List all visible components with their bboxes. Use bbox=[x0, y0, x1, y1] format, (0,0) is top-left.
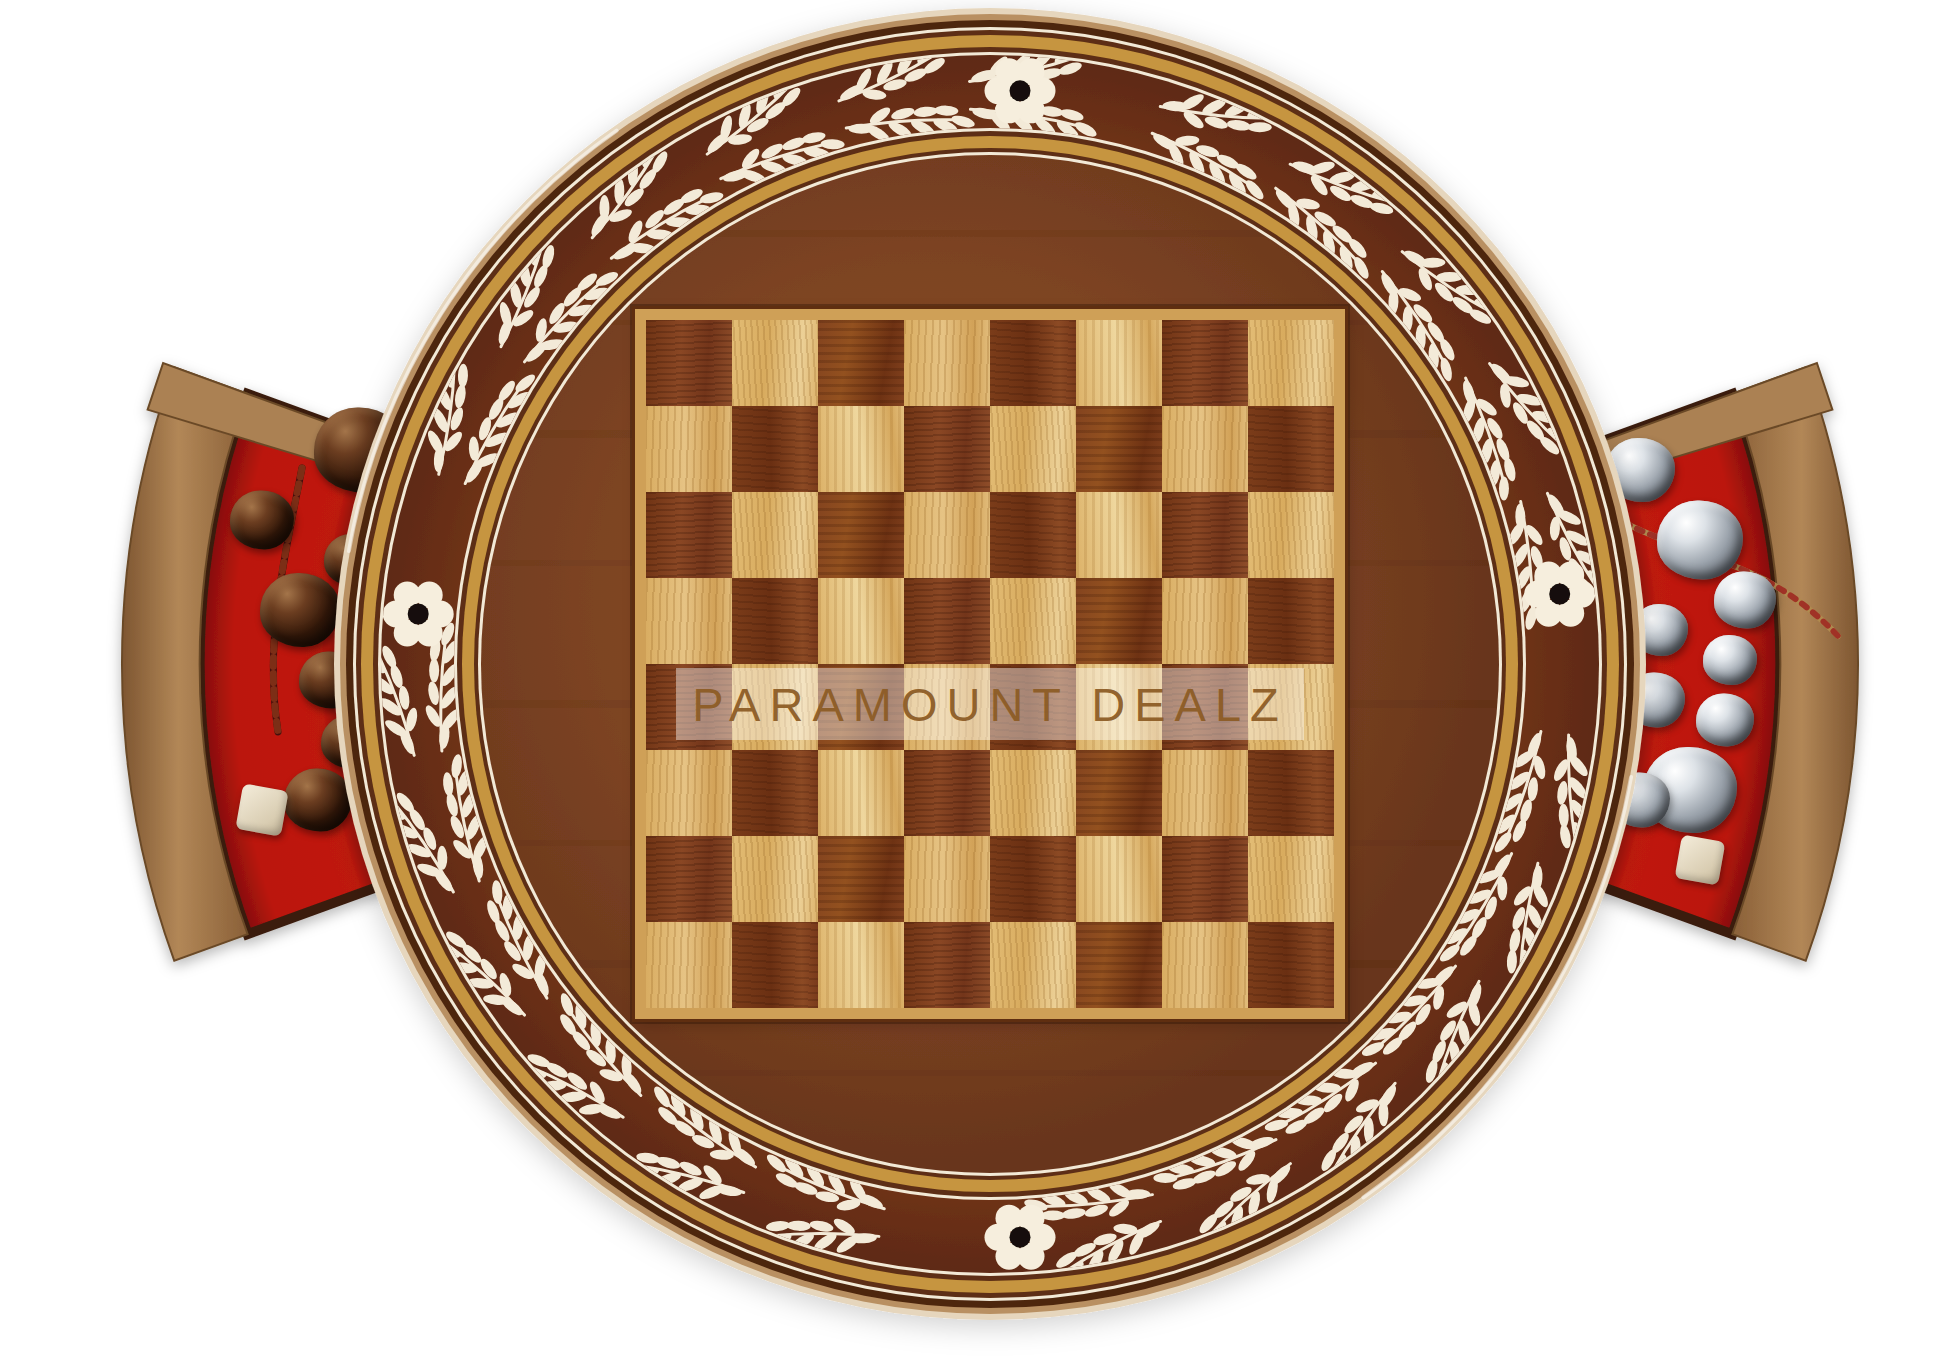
board-square[interactable] bbox=[818, 578, 904, 664]
board-square[interactable] bbox=[990, 320, 1076, 406]
board-square[interactable] bbox=[1076, 578, 1162, 664]
board-square[interactable] bbox=[732, 406, 818, 492]
board-square[interactable] bbox=[990, 492, 1076, 578]
board-square[interactable] bbox=[818, 492, 904, 578]
board-square[interactable] bbox=[1076, 922, 1162, 1008]
board-square[interactable] bbox=[732, 750, 818, 836]
board-square[interactable] bbox=[818, 750, 904, 836]
board-square[interactable] bbox=[1162, 578, 1248, 664]
board-square[interactable] bbox=[1162, 836, 1248, 922]
board-square[interactable] bbox=[1162, 320, 1248, 406]
board-square[interactable] bbox=[990, 750, 1076, 836]
board-square[interactable] bbox=[646, 492, 732, 578]
board-square[interactable] bbox=[818, 836, 904, 922]
board-square[interactable] bbox=[1248, 492, 1334, 578]
board-square[interactable] bbox=[1248, 578, 1334, 664]
board-square[interactable] bbox=[1076, 836, 1162, 922]
board-square[interactable] bbox=[818, 922, 904, 1008]
board-square[interactable] bbox=[646, 922, 732, 1008]
chessboard bbox=[635, 309, 1345, 1019]
board-square[interactable] bbox=[990, 406, 1076, 492]
board-square[interactable] bbox=[646, 578, 732, 664]
board-square[interactable] bbox=[732, 320, 818, 406]
board-square[interactable] bbox=[904, 492, 990, 578]
board-square[interactable] bbox=[904, 836, 990, 922]
board-square[interactable] bbox=[1076, 750, 1162, 836]
board-square[interactable] bbox=[904, 922, 990, 1008]
board-square[interactable] bbox=[732, 836, 818, 922]
board-square[interactable] bbox=[646, 750, 732, 836]
board-square[interactable] bbox=[1076, 406, 1162, 492]
board-square[interactable] bbox=[990, 836, 1076, 922]
board-square[interactable] bbox=[1248, 320, 1334, 406]
board-square[interactable] bbox=[818, 406, 904, 492]
board-square[interactable] bbox=[732, 578, 818, 664]
board-square[interactable] bbox=[818, 320, 904, 406]
board-square[interactable] bbox=[990, 922, 1076, 1008]
board-square[interactable] bbox=[646, 406, 732, 492]
board-square[interactable] bbox=[1162, 750, 1248, 836]
board-square[interactable] bbox=[904, 750, 990, 836]
board-square[interactable] bbox=[646, 320, 732, 406]
board-square[interactable] bbox=[904, 406, 990, 492]
board-square[interactable] bbox=[732, 922, 818, 1008]
board-square[interactable] bbox=[646, 836, 732, 922]
board-square[interactable] bbox=[1248, 922, 1334, 1008]
board-square[interactable] bbox=[1162, 406, 1248, 492]
board-square[interactable] bbox=[1162, 922, 1248, 1008]
board-square[interactable] bbox=[904, 578, 990, 664]
watermark-text: PARAMOUNT DEALZ bbox=[692, 677, 1288, 732]
board-square[interactable] bbox=[1248, 836, 1334, 922]
board-square[interactable] bbox=[904, 320, 990, 406]
board-square[interactable] bbox=[1248, 406, 1334, 492]
photo-stage: PARAMOUNT DEALZ bbox=[0, 0, 1946, 1360]
board-square[interactable] bbox=[732, 492, 818, 578]
board-square[interactable] bbox=[1248, 750, 1334, 836]
watermark-band: PARAMOUNT DEALZ bbox=[676, 668, 1304, 740]
board-square[interactable] bbox=[1162, 492, 1248, 578]
board-square[interactable] bbox=[1076, 320, 1162, 406]
board-square[interactable] bbox=[1076, 492, 1162, 578]
board-square[interactable] bbox=[990, 578, 1076, 664]
